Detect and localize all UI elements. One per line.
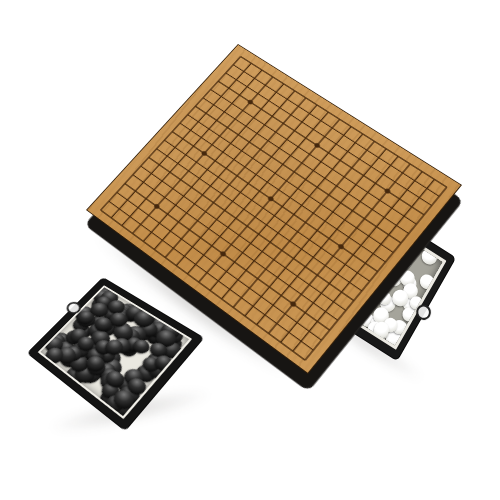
tray-inner-rim (38, 285, 193, 419)
go-set-product-photo: Magnetic Go game set — wooden 19x19 goba… (0, 0, 500, 500)
white-go-stone (418, 272, 437, 292)
black-stone-tray (28, 278, 203, 430)
white-go-stone (419, 246, 439, 267)
black-stones-pile (40, 287, 189, 416)
